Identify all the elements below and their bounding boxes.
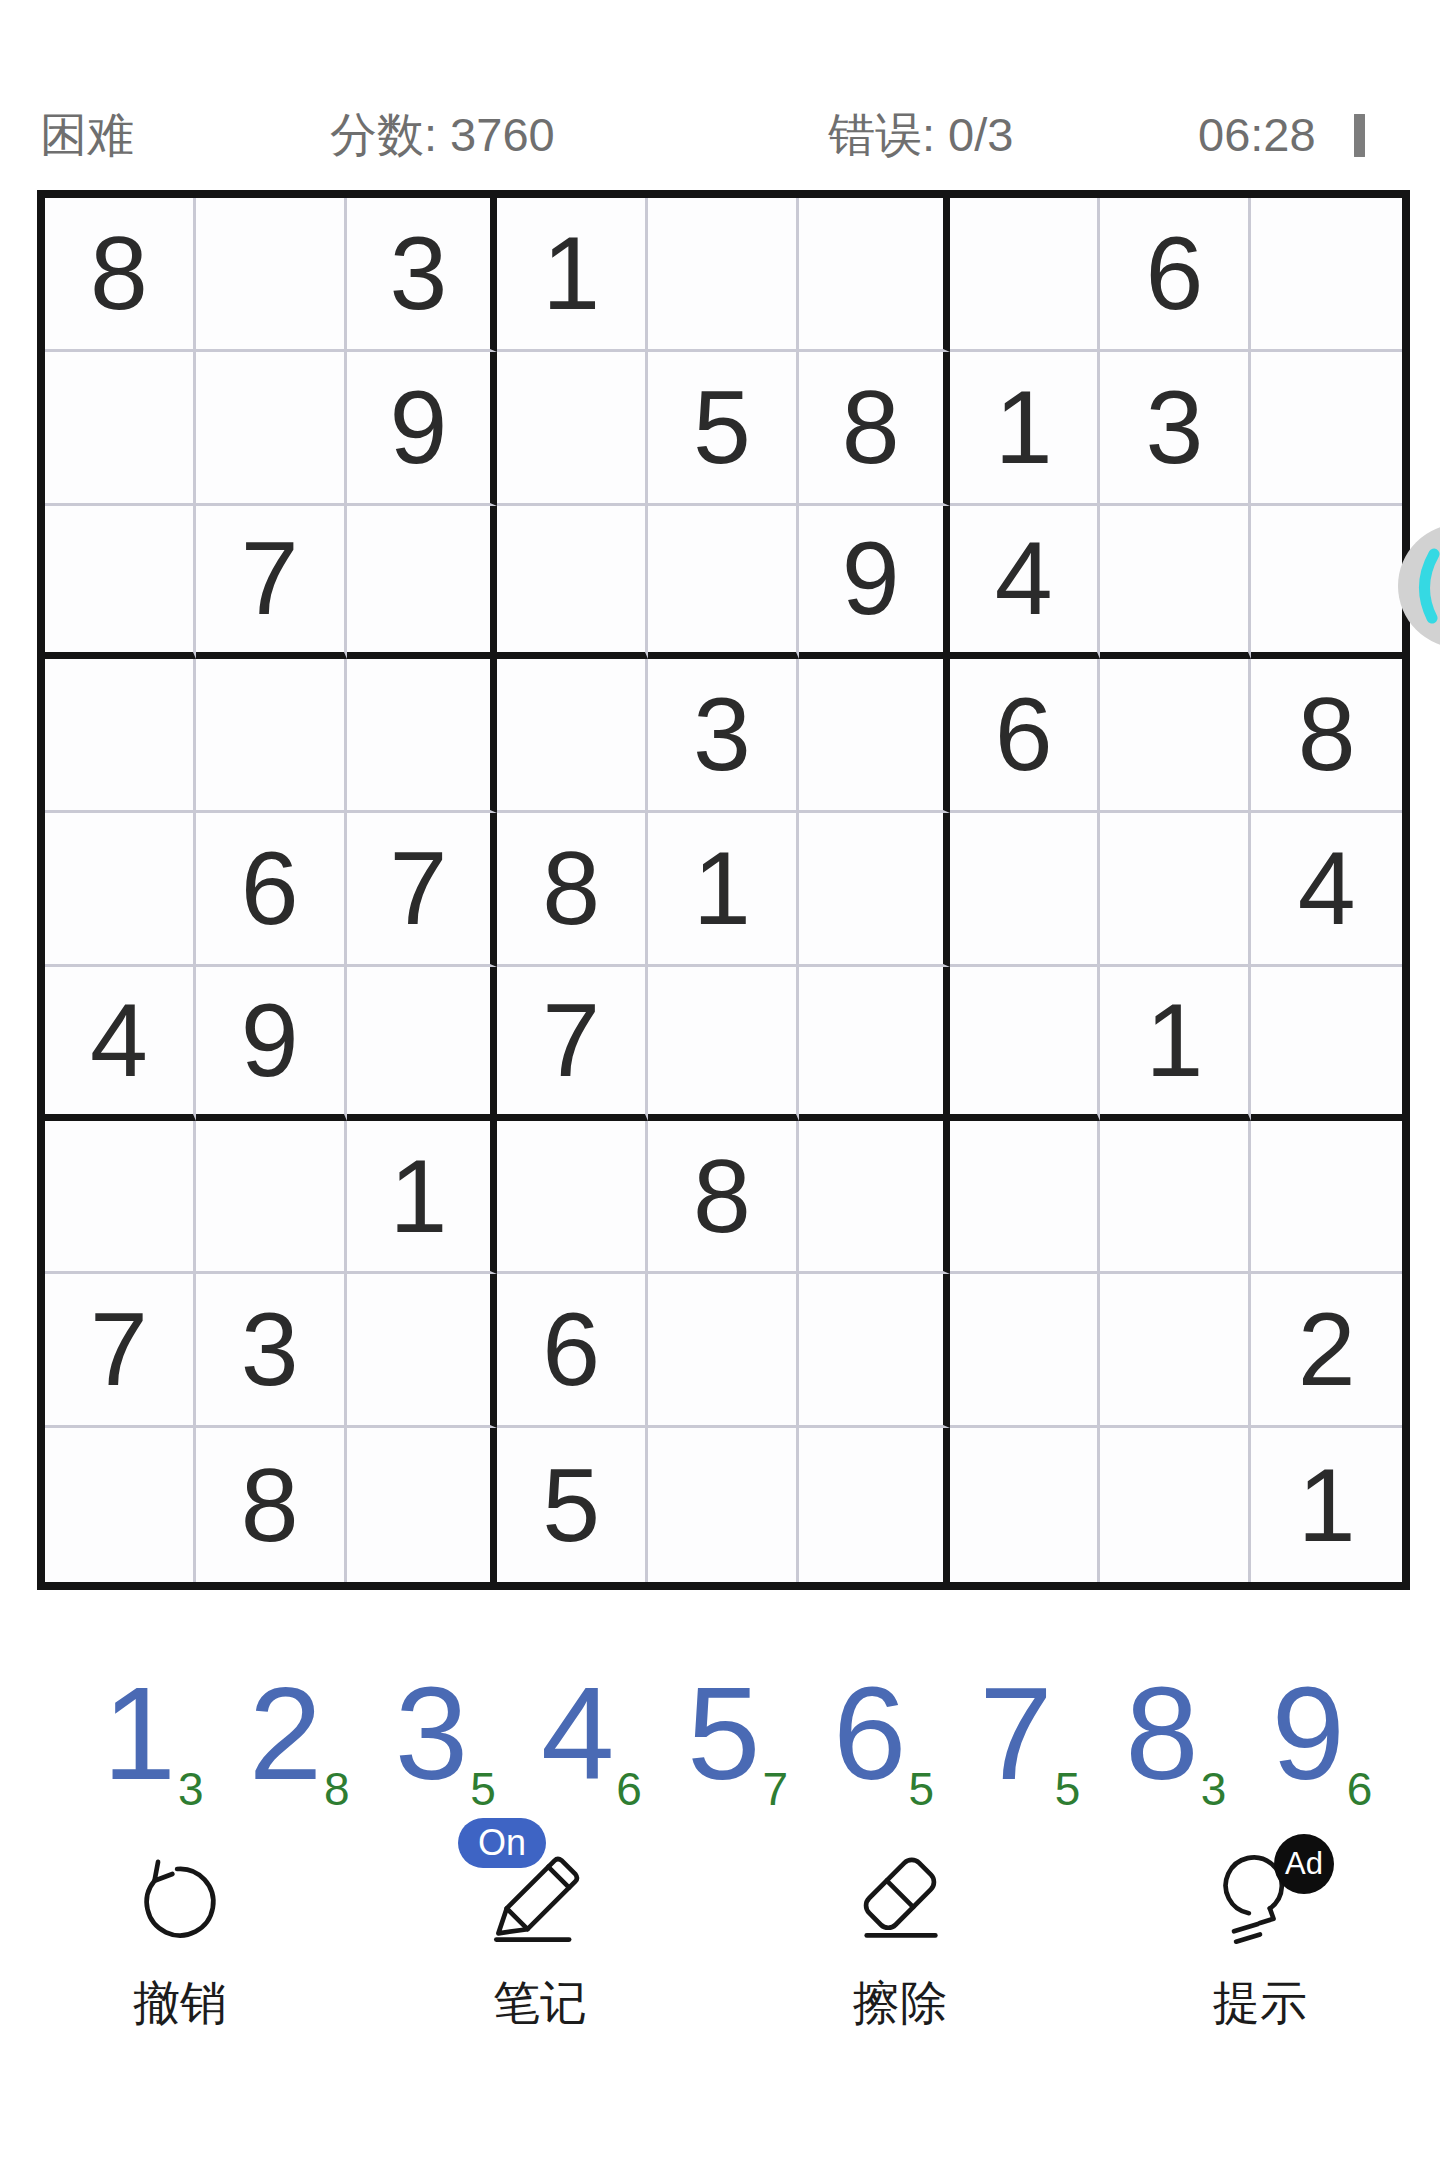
pad-remaining-count: 5 <box>1055 1766 1081 1812</box>
notes-on-badge: On <box>458 1818 546 1868</box>
cell-r3c8[interactable] <box>1100 506 1251 660</box>
cell-r9c6[interactable] <box>799 1428 950 1582</box>
cell-r9c8[interactable] <box>1100 1428 1251 1582</box>
cell-r9c1[interactable] <box>45 1428 196 1582</box>
cell-r6c1[interactable]: 4 <box>45 967 196 1121</box>
numpad-key-5[interactable]: 57 <box>664 1652 810 1800</box>
notes-label: 笔记 <box>493 1972 587 2035</box>
cell-r3c5[interactable] <box>648 506 799 660</box>
cell-r8c4[interactable]: 6 <box>497 1274 648 1428</box>
cell-r5c8[interactable] <box>1100 813 1251 967</box>
cell-r6c8[interactable]: 1 <box>1100 967 1251 1121</box>
cell-r2c5[interactable]: 5 <box>648 352 799 506</box>
cell-r8c2[interactable]: 3 <box>196 1274 347 1428</box>
pause-icon <box>1354 114 1365 157</box>
numpad-key-6[interactable]: 65 <box>811 1652 957 1800</box>
cell-r7c5[interactable]: 8 <box>648 1121 799 1275</box>
top-bar: 困难 分数: 3760 错误: 0/3 06:28 <box>0 98 1440 172</box>
pad-digit: 5 <box>687 1668 760 1800</box>
cell-r7c2[interactable] <box>196 1121 347 1275</box>
notes-iconbox: On <box>480 1838 600 1958</box>
cell-r5c9[interactable]: 4 <box>1251 813 1402 967</box>
cell-r8c9[interactable]: 2 <box>1251 1274 1402 1428</box>
cell-r2c7[interactable]: 1 <box>950 352 1101 506</box>
cell-r7c1[interactable] <box>45 1121 196 1275</box>
cell-r3c7[interactable]: 4 <box>950 506 1101 660</box>
difficulty-label[interactable]: 困难 <box>40 98 134 172</box>
cell-r1c1[interactable]: 8 <box>45 198 196 352</box>
numpad-key-9[interactable]: 96 <box>1249 1652 1395 1800</box>
cell-r3c3[interactable] <box>347 506 498 660</box>
cell-r9c7[interactable] <box>950 1428 1101 1582</box>
pad-digit: 6 <box>833 1668 906 1800</box>
numpad-key-2[interactable]: 28 <box>226 1652 372 1800</box>
erase-label: 擦除 <box>853 1972 947 2035</box>
pad-remaining-count: 3 <box>1201 1766 1227 1812</box>
hint-iconbox: Ad <box>1200 1838 1320 1958</box>
undo-label: 撤销 <box>133 1972 227 2035</box>
erase-iconbox <box>840 1838 960 1958</box>
cell-r7c9[interactable] <box>1251 1121 1402 1275</box>
cell-r1c3[interactable]: 3 <box>347 198 498 352</box>
pad-remaining-count: 8 <box>324 1766 350 1812</box>
eraser-icon <box>848 1846 952 1950</box>
pad-digit: 3 <box>395 1668 468 1800</box>
cell-r6c7[interactable] <box>950 967 1101 1121</box>
numpad-key-1[interactable]: 13 <box>80 1652 226 1800</box>
score-label: 分数: 3760 <box>330 98 555 172</box>
cell-r9c4[interactable]: 5 <box>497 1428 648 1582</box>
cell-r3c2[interactable]: 7 <box>196 506 347 660</box>
timer-label: 06:28 <box>1198 98 1316 172</box>
hint-label: 提示 <box>1213 1972 1307 2035</box>
cell-r4c4[interactable] <box>497 659 648 813</box>
cell-r7c8[interactable] <box>1100 1121 1251 1275</box>
cell-r4c2[interactable] <box>196 659 347 813</box>
cell-r9c2[interactable]: 8 <box>196 1428 347 1582</box>
cell-r1c6[interactable] <box>799 198 950 352</box>
cell-r7c3[interactable]: 1 <box>347 1121 498 1275</box>
cell-r5c5[interactable]: 1 <box>648 813 799 967</box>
cell-r3c9[interactable] <box>1251 506 1402 660</box>
numpad-key-8[interactable]: 83 <box>1103 1652 1249 1800</box>
pad-digit: 7 <box>979 1668 1052 1800</box>
cell-r4c7[interactable]: 6 <box>950 659 1101 813</box>
cell-r8c8[interactable] <box>1100 1274 1251 1428</box>
pad-remaining-count: 6 <box>616 1766 642 1812</box>
cell-r7c4[interactable] <box>497 1121 648 1275</box>
pad-remaining-count: 6 <box>1347 1766 1373 1812</box>
cell-r9c5[interactable] <box>648 1428 799 1582</box>
undo-button[interactable]: 撤销 <box>0 1838 360 2035</box>
cell-r9c9[interactable]: 1 <box>1251 1428 1402 1582</box>
cell-r6c2[interactable]: 9 <box>196 967 347 1121</box>
cell-r2c4[interactable] <box>497 352 648 506</box>
pad-digit: 8 <box>1125 1668 1198 1800</box>
cell-r6c6[interactable] <box>799 967 950 1121</box>
cell-r2c3[interactable]: 9 <box>347 352 498 506</box>
numpad-key-7[interactable]: 75 <box>957 1652 1103 1800</box>
pad-remaining-count: 5 <box>470 1766 496 1812</box>
mistakes-label: 错误: 0/3 <box>828 98 1013 172</box>
cell-r5c4[interactable]: 8 <box>497 813 648 967</box>
pad-digit: 1 <box>103 1668 176 1800</box>
cell-r2c9[interactable] <box>1251 352 1402 506</box>
cell-r4c9[interactable]: 8 <box>1251 659 1402 813</box>
cell-r4c5[interactable]: 3 <box>648 659 799 813</box>
cell-r6c5[interactable] <box>648 967 799 1121</box>
pad-remaining-count: 7 <box>762 1766 788 1812</box>
cell-r7c6[interactable] <box>799 1121 950 1275</box>
hint-button[interactable]: Ad 提示 <box>1080 1838 1440 2035</box>
cell-r5c2[interactable]: 6 <box>196 813 347 967</box>
cell-r4c6[interactable] <box>799 659 950 813</box>
cell-r1c5[interactable] <box>648 198 799 352</box>
cell-r8c1[interactable]: 7 <box>45 1274 196 1428</box>
cell-r8c7[interactable] <box>950 1274 1101 1428</box>
cell-r2c6[interactable]: 8 <box>799 352 950 506</box>
cell-r5c1[interactable] <box>45 813 196 967</box>
collapse-arc-icon <box>1404 544 1440 628</box>
cell-r1c2[interactable] <box>196 198 347 352</box>
numpad: 132835465765758396 <box>80 1652 1395 1800</box>
controls-bar: 撤销 On 笔记 擦除 Ad <box>0 1838 1440 2035</box>
cell-r5c3[interactable]: 7 <box>347 813 498 967</box>
cell-r1c8[interactable]: 6 <box>1100 198 1251 352</box>
cell-r3c4[interactable] <box>497 506 648 660</box>
cell-r9c3[interactable] <box>347 1428 498 1582</box>
cell-r5c7[interactable] <box>950 813 1101 967</box>
cell-r2c1[interactable] <box>45 352 196 506</box>
cell-r8c5[interactable] <box>648 1274 799 1428</box>
pad-digit: 2 <box>249 1668 322 1800</box>
undo-iconbox <box>120 1838 240 1958</box>
cell-r2c2[interactable] <box>196 352 347 506</box>
pad-remaining-count: 5 <box>909 1766 935 1812</box>
numpad-key-4[interactable]: 46 <box>518 1652 664 1800</box>
erase-button[interactable]: 擦除 <box>720 1838 1080 2035</box>
cell-r6c9[interactable] <box>1251 967 1402 1121</box>
pause-button[interactable] <box>1354 114 1400 158</box>
cell-r1c4[interactable]: 1 <box>497 198 648 352</box>
cell-r3c6[interactable]: 9 <box>799 506 950 660</box>
cell-r1c7[interactable] <box>950 198 1101 352</box>
pad-digit: 9 <box>1271 1668 1344 1800</box>
pad-digit: 4 <box>541 1668 614 1800</box>
cell-r2c8[interactable]: 3 <box>1100 352 1251 506</box>
undo-icon <box>128 1846 232 1950</box>
notes-button[interactable]: On 笔记 <box>360 1838 720 2035</box>
numpad-key-3[interactable]: 35 <box>372 1652 518 1800</box>
cell-r8c3[interactable] <box>347 1274 498 1428</box>
cell-r6c4[interactable]: 7 <box>497 967 648 1121</box>
cell-r7c7[interactable] <box>950 1121 1101 1275</box>
hint-ad-badge: Ad <box>1274 1834 1334 1894</box>
cell-r8c6[interactable] <box>799 1274 950 1428</box>
cell-r1c9[interactable] <box>1251 198 1402 352</box>
pad-remaining-count: 3 <box>178 1766 204 1812</box>
cell-r6c3[interactable] <box>347 967 498 1121</box>
cell-r4c8[interactable] <box>1100 659 1251 813</box>
cell-r5c6[interactable] <box>799 813 950 967</box>
cell-r3c1[interactable] <box>45 506 196 660</box>
cell-r4c3[interactable] <box>347 659 498 813</box>
cell-r4c1[interactable] <box>45 659 196 813</box>
board: 831695813794368678144971187362851 <box>37 190 1410 1590</box>
